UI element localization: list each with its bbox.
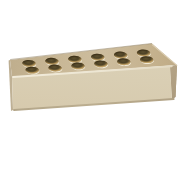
pit-r1-c1-seeds-0 xyxy=(47,64,64,72)
mancala-board-photo xyxy=(0,0,182,173)
pit-r1-c5-seeds-0 xyxy=(138,56,155,64)
pit-r1-c4-seeds-0 xyxy=(115,58,132,66)
pit-r1-c3-seeds-0 xyxy=(93,60,110,68)
pit-r1-c2-seeds-0 xyxy=(70,62,87,70)
board-front-face xyxy=(0,0,182,173)
pit-r1-c0-seeds-0 xyxy=(24,66,41,74)
